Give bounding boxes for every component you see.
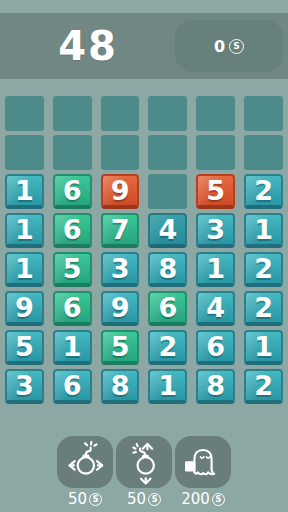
tile-6[interactable]: 6 [53, 369, 92, 404]
ghost-icon [179, 439, 227, 485]
tile-3[interactable]: 3 [5, 369, 44, 404]
powerup-buttons [0, 436, 288, 488]
tile-5[interactable]: 5 [101, 330, 140, 365]
tile-1[interactable]: 1 [5, 252, 44, 287]
tile-6[interactable]: 6 [53, 174, 92, 209]
game-screen: 48 0 S 169521674311538129696425152613681… [0, 0, 288, 512]
tile-2[interactable]: 2 [244, 252, 283, 287]
tile-2[interactable]: 2 [244, 174, 283, 209]
tile-1[interactable]: 1 [196, 252, 235, 287]
game-board: 16952167431153812969642515261368182 [5, 96, 283, 404]
item-price-vertical-bomb: 50 S [116, 490, 172, 508]
empty-cell [5, 135, 44, 170]
empty-cell [148, 174, 187, 209]
tile-3[interactable]: 3 [196, 213, 235, 248]
tile-4[interactable]: 4 [196, 291, 235, 326]
tile-1[interactable]: 1 [148, 369, 187, 404]
price-value: 50 [127, 490, 146, 508]
tile-4[interactable]: 4 [148, 213, 187, 248]
empty-cell [5, 96, 44, 131]
empty-cell [244, 96, 283, 131]
tile-2[interactable]: 2 [148, 330, 187, 365]
coin-icon: S [229, 39, 244, 54]
tile-9[interactable]: 9 [101, 174, 140, 209]
tile-1[interactable]: 1 [5, 213, 44, 248]
tile-5[interactable]: 5 [53, 252, 92, 287]
empty-cell [148, 96, 187, 131]
coin-icon: S [212, 493, 225, 506]
item-price-horizontal-bomb: 50 S [57, 490, 113, 508]
vertical-bomb-button[interactable] [116, 436, 172, 488]
tile-2[interactable]: 2 [244, 369, 283, 404]
empty-cell [196, 135, 235, 170]
vertical-bomb-icon [120, 439, 168, 485]
price-value: 50 [68, 490, 87, 508]
item-price-ghost: 200 S [175, 490, 231, 508]
empty-cell [244, 135, 283, 170]
tile-8[interactable]: 8 [196, 369, 235, 404]
tile-6[interactable]: 6 [53, 291, 92, 326]
coin-icon: S [89, 493, 102, 506]
price-value: 200 [181, 490, 210, 508]
tile-1[interactable]: 1 [5, 174, 44, 209]
coin-count: 0 [214, 37, 225, 56]
tile-1[interactable]: 1 [53, 330, 92, 365]
horizontal-bomb-button[interactable] [57, 436, 113, 488]
ghost-button[interactable] [175, 436, 231, 488]
tile-8[interactable]: 8 [101, 369, 140, 404]
coin-icon: S [148, 493, 161, 506]
empty-cell [196, 96, 235, 131]
tile-1[interactable]: 1 [244, 330, 283, 365]
powerup-shop: 50 S 50 S 200 S [0, 436, 288, 508]
empty-cell [148, 135, 187, 170]
tile-6[interactable]: 6 [53, 213, 92, 248]
tile-6[interactable]: 6 [196, 330, 235, 365]
tile-9[interactable]: 9 [5, 291, 44, 326]
empty-cell [101, 96, 140, 131]
empty-cell [53, 96, 92, 131]
tile-5[interactable]: 5 [5, 330, 44, 365]
coin-balance-badge[interactable]: 0 S [175, 20, 283, 72]
tile-5[interactable]: 5 [196, 174, 235, 209]
powerup-prices: 50 S 50 S 200 S [0, 490, 288, 508]
tile-3[interactable]: 3 [101, 252, 140, 287]
tile-9[interactable]: 9 [101, 291, 140, 326]
empty-cell [101, 135, 140, 170]
horizontal-bomb-icon [61, 439, 109, 485]
tile-6[interactable]: 6 [148, 291, 187, 326]
tile-8[interactable]: 8 [148, 252, 187, 287]
top-bar: 48 0 S [0, 13, 288, 79]
tile-1[interactable]: 1 [244, 213, 283, 248]
tile-2[interactable]: 2 [244, 291, 283, 326]
score-display: 48 [0, 13, 176, 79]
empty-cell [53, 135, 92, 170]
tile-7[interactable]: 7 [101, 213, 140, 248]
